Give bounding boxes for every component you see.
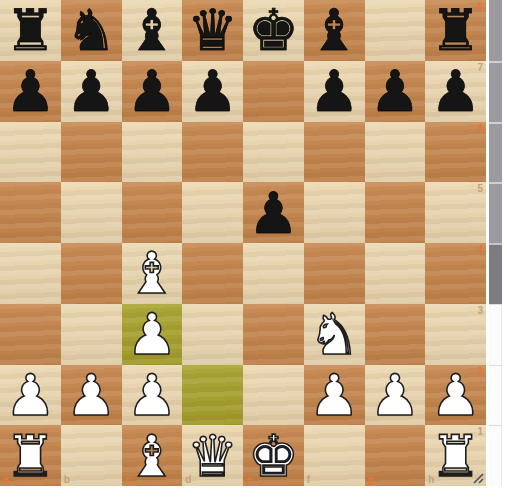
square-d3[interactable] [182,304,243,365]
piece-wR-a1[interactable]: ♜ [5,426,56,486]
piece-wK-e1[interactable]: ♚ [248,426,299,486]
square-h7[interactable]: ♟7 [425,61,486,122]
square-f5[interactable] [304,182,365,243]
piece-bP-c7[interactable]: ♟ [126,61,177,121]
square-d1[interactable]: ♛d [182,425,243,486]
piece-bR-h8[interactable]: ♜ [430,0,481,60]
square-a4[interactable] [0,243,61,304]
piece-bP-f7[interactable]: ♟ [309,61,360,121]
square-c7[interactable]: ♟ [122,61,183,122]
square-e8[interactable]: ♚ [243,0,304,61]
square-b7[interactable]: ♟ [61,61,122,122]
piece-wP-h2[interactable]: ♟ [430,365,481,425]
square-g2[interactable]: ♟ [365,365,426,426]
square-a5[interactable] [0,182,61,243]
square-f2[interactable]: ♟ [304,365,365,426]
square-c1[interactable]: ♝c [122,425,183,486]
rank-label-4: 4 [477,244,483,255]
piece-wP-a2[interactable]: ♟ [5,365,56,425]
square-g8[interactable] [365,0,426,61]
piece-bP-g7[interactable]: ♟ [369,61,420,121]
square-g7[interactable]: ♟ [365,61,426,122]
square-e3[interactable] [243,304,304,365]
piece-bB-f8[interactable]: ♝ [309,0,360,60]
eval-gauge-segment-5 [489,182,502,243]
piece-wB-c4[interactable]: ♝ [126,243,177,303]
square-d5[interactable] [182,182,243,243]
eval-gauge-segment-7 [489,61,502,122]
square-c5[interactable] [122,182,183,243]
chess-board: ♜♞♝♛♚♝♜8♟♟♟♟♟♟♟76♟5♝4♟♞3♟♟♟♟♟♟2♜ab♝c♛d♚e… [0,0,486,486]
piece-wB-c1[interactable]: ♝ [126,426,177,486]
piece-bB-c8[interactable]: ♝ [126,0,177,60]
square-c6[interactable] [122,122,183,183]
square-e2[interactable] [243,365,304,426]
square-g5[interactable] [365,182,426,243]
square-g6[interactable] [365,122,426,183]
square-d2[interactable] [182,365,243,426]
piece-bP-e5[interactable]: ♟ [248,183,299,243]
square-f7[interactable]: ♟ [304,61,365,122]
board-resize-handle-icon[interactable] [471,471,484,484]
square-c4[interactable]: ♝ [122,243,183,304]
file-label-b: b [64,474,70,485]
square-f1[interactable]: f [304,425,365,486]
eval-gauge-segment-8 [489,0,502,61]
piece-bP-a7[interactable]: ♟ [5,61,56,121]
square-a6[interactable] [0,122,61,183]
square-g1[interactable]: g [365,425,426,486]
square-e6[interactable] [243,122,304,183]
square-h5[interactable]: 5 [425,182,486,243]
rank-label-3: 3 [477,305,483,316]
square-h2[interactable]: ♟2 [425,365,486,426]
square-c2[interactable]: ♟ [122,365,183,426]
piece-bN-b8[interactable]: ♞ [66,0,117,60]
piece-bK-e8[interactable]: ♚ [248,0,299,60]
piece-bP-b7[interactable]: ♟ [66,61,117,121]
piece-wP-b2[interactable]: ♟ [66,365,117,425]
square-h8[interactable]: ♜8 [425,0,486,61]
square-d7[interactable]: ♟ [182,61,243,122]
square-h4[interactable]: 4 [425,243,486,304]
file-label-f: f [307,474,310,485]
eval-gauge-segment-3 [489,304,502,365]
square-e5[interactable]: ♟ [243,182,304,243]
square-g4[interactable] [365,243,426,304]
square-b6[interactable] [61,122,122,183]
rank-label-5: 5 [477,183,483,194]
rank-label-6: 6 [477,123,483,134]
square-f3[interactable]: ♞ [304,304,365,365]
piece-wP-c2[interactable]: ♟ [126,365,177,425]
square-b3[interactable] [61,304,122,365]
square-a3[interactable] [0,304,61,365]
piece-bR-a8[interactable]: ♜ [5,0,56,60]
piece-wP-f2[interactable]: ♟ [309,365,360,425]
square-d4[interactable] [182,243,243,304]
piece-bP-h7[interactable]: ♟ [430,61,481,121]
eval-gauge [486,0,510,486]
square-b2[interactable]: ♟ [61,365,122,426]
square-f6[interactable] [304,122,365,183]
eval-gauge-segment-1 [489,425,502,486]
piece-wP-g2[interactable]: ♟ [369,365,420,425]
square-b5[interactable] [61,182,122,243]
square-h3[interactable]: 3 [425,304,486,365]
square-e1[interactable]: ♚e [243,425,304,486]
square-b1[interactable]: b [61,425,122,486]
square-b4[interactable] [61,243,122,304]
square-a8[interactable]: ♜ [0,0,61,61]
eval-gauge-segment-2 [489,365,502,426]
square-f8[interactable]: ♝ [304,0,365,61]
eval-gauge-segment-4 [489,243,502,304]
square-a2[interactable]: ♟ [0,365,61,426]
square-c8[interactable]: ♝ [122,0,183,61]
square-a7[interactable]: ♟ [0,61,61,122]
square-h6[interactable]: 6 [425,122,486,183]
square-b8[interactable]: ♞ [61,0,122,61]
piece-bQ-d8[interactable]: ♛ [187,0,238,60]
eval-gauge-segment-6 [489,122,502,183]
square-g3[interactable] [365,304,426,365]
square-e4[interactable] [243,243,304,304]
square-e7[interactable] [243,61,304,122]
square-f4[interactable] [304,243,365,304]
square-d6[interactable] [182,122,243,183]
square-c3[interactable]: ♟ [122,304,183,365]
piece-bP-d7[interactable]: ♟ [187,61,238,121]
square-a1[interactable]: ♜a [0,425,61,486]
file-label-g: g [368,474,374,485]
square-d8[interactable]: ♛ [182,0,243,61]
piece-wQ-d1[interactable]: ♛ [187,426,238,486]
piece-wN-f3[interactable]: ♞ [309,304,360,364]
piece-wP-c3[interactable]: ♟ [126,304,177,364]
